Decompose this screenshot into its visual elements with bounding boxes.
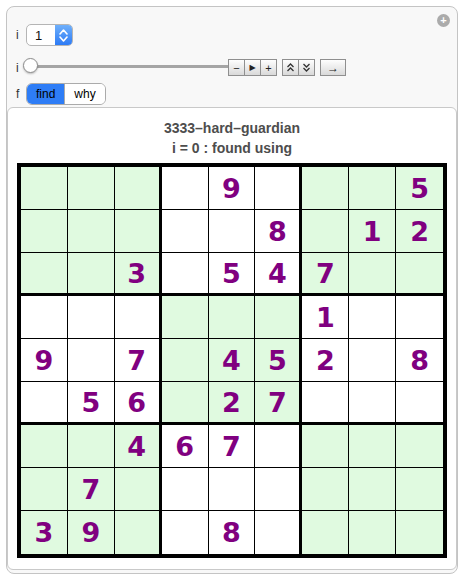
sudoku-cell: [396, 511, 443, 554]
sudoku-cell: 5: [255, 339, 302, 382]
plus-icon: +: [440, 14, 446, 26]
sudoku-cell: [162, 167, 209, 210]
sudoku-cell: 9: [209, 167, 256, 210]
slider-thumb[interactable]: [23, 58, 38, 73]
chevrons-down-icon: [301, 62, 312, 73]
sudoku-cell: [349, 511, 396, 554]
sudoku-cell: [255, 425, 302, 468]
sudoku-cell: [162, 339, 209, 382]
sudoku-cell: 2: [302, 339, 349, 382]
sudoku-cell: 1: [349, 210, 396, 253]
direction-button[interactable]: →: [320, 59, 346, 76]
sudoku-cell: 3: [115, 253, 162, 296]
sudoku-cell: [21, 167, 68, 210]
step-up-button[interactable]: +: [260, 59, 277, 76]
sudoku-cell: 3: [21, 511, 68, 554]
sudoku-cell: [162, 511, 209, 554]
sudoku-cell: [162, 210, 209, 253]
sudoku-cell: 6: [115, 382, 162, 425]
sudoku-cell: [68, 210, 115, 253]
sudoku-cell: 7: [68, 468, 115, 511]
slider-label: i: [16, 61, 19, 75]
puzzle-title: 3333–hard–guardian: [8, 118, 456, 138]
sudoku-cell: [349, 425, 396, 468]
sudoku-cell: [68, 253, 115, 296]
sudoku-cell: [209, 468, 256, 511]
sudoku-cell: [115, 210, 162, 253]
sudoku-cell: [349, 468, 396, 511]
sudoku-cell: [302, 468, 349, 511]
sudoku-cell: [302, 382, 349, 425]
sudoku-cell: [255, 167, 302, 210]
sudoku-cell: [349, 253, 396, 296]
sudoku-cell: 2: [209, 382, 256, 425]
sudoku-cell: 2: [396, 210, 443, 253]
manipulate-frame: + i 1 i − ▶ +: [6, 6, 458, 574]
sudoku-cell: [68, 167, 115, 210]
sudoku-cell: 6: [162, 425, 209, 468]
sudoku-cell: [68, 425, 115, 468]
sudoku-cell: 4: [209, 339, 256, 382]
sudoku-cell: [255, 468, 302, 511]
sudoku-cell: [302, 425, 349, 468]
sudoku-cell: [162, 382, 209, 425]
more-options-button[interactable]: +: [437, 14, 450, 27]
sudoku-cell: [209, 296, 256, 339]
sudoku-cell: 7: [209, 425, 256, 468]
sudoku-cell: [396, 468, 443, 511]
content-panel: 3333–hard–guardian i = 0 : found using 9…: [7, 107, 457, 570]
sudoku-cell: [21, 210, 68, 253]
sudoku-cell: [162, 296, 209, 339]
slower-button[interactable]: [298, 59, 315, 76]
sudoku-cell: [115, 468, 162, 511]
sudoku-cell: [302, 167, 349, 210]
sudoku-cell: [396, 382, 443, 425]
sudoku-cell: 1: [302, 296, 349, 339]
toggle-option-why[interactable]: why: [64, 84, 104, 104]
sudoku-cell: 8: [255, 210, 302, 253]
sudoku-cell: [21, 382, 68, 425]
popup-value: 1: [27, 25, 55, 45]
sudoku-cell: [255, 296, 302, 339]
sudoku-cell: [349, 296, 396, 339]
status-line: i = 0 : found using: [8, 138, 456, 158]
sudoku-cell: [68, 339, 115, 382]
sudoku-cell: [302, 511, 349, 554]
sudoku-cell: 9: [21, 339, 68, 382]
faster-button[interactable]: [282, 59, 299, 76]
sudoku-cell: [162, 253, 209, 296]
step-down-button[interactable]: −: [228, 59, 245, 76]
sudoku-cell: [349, 167, 396, 210]
play-button[interactable]: ▶: [244, 59, 261, 76]
sudoku-cell: [21, 253, 68, 296]
sudoku-cell: [162, 468, 209, 511]
sudoku-cell: 5: [396, 167, 443, 210]
sudoku-cell: 8: [396, 339, 443, 382]
sudoku-cell: [396, 253, 443, 296]
sudoku-cell: [255, 511, 302, 554]
sudoku-cell: 5: [209, 253, 256, 296]
toggle-label: f: [16, 87, 19, 101]
sudoku-cell: [21, 425, 68, 468]
sudoku-cell: [349, 339, 396, 382]
slider-track[interactable]: [25, 65, 229, 68]
sudoku-cell: [68, 296, 115, 339]
chevrons-up-icon: [285, 62, 296, 73]
sudoku-cell: 9: [68, 511, 115, 554]
popup-stepper-icon: [55, 25, 72, 45]
toggle-option-find[interactable]: find: [27, 84, 64, 104]
find-why-toggle: find why: [26, 83, 106, 105]
sudoku-cell: [396, 296, 443, 339]
i-slider[interactable]: [23, 58, 229, 75]
sudoku-cell: [115, 296, 162, 339]
sudoku-cell: 5: [68, 382, 115, 425]
sudoku-cell: [115, 167, 162, 210]
sudoku-cell: 4: [255, 253, 302, 296]
popup-label: i: [16, 28, 19, 42]
sudoku-cell: [302, 210, 349, 253]
sudoku-cell: [115, 511, 162, 554]
sudoku-cell: 4: [115, 425, 162, 468]
sudoku-cell: 7: [115, 339, 162, 382]
sudoku-cell: 7: [255, 382, 302, 425]
sudoku-cell: [209, 210, 256, 253]
sudoku-cell: [349, 382, 396, 425]
play-icon: ▶: [249, 63, 255, 72]
sudoku-cell: 7: [302, 253, 349, 296]
i-popup-menu[interactable]: 1: [26, 24, 73, 46]
sudoku-cell: 8: [209, 511, 256, 554]
sudoku-cell: [21, 296, 68, 339]
sudoku-cell: [396, 425, 443, 468]
sudoku-cell: [21, 468, 68, 511]
sudoku-board: 958123547197452856274677398: [17, 163, 447, 558]
